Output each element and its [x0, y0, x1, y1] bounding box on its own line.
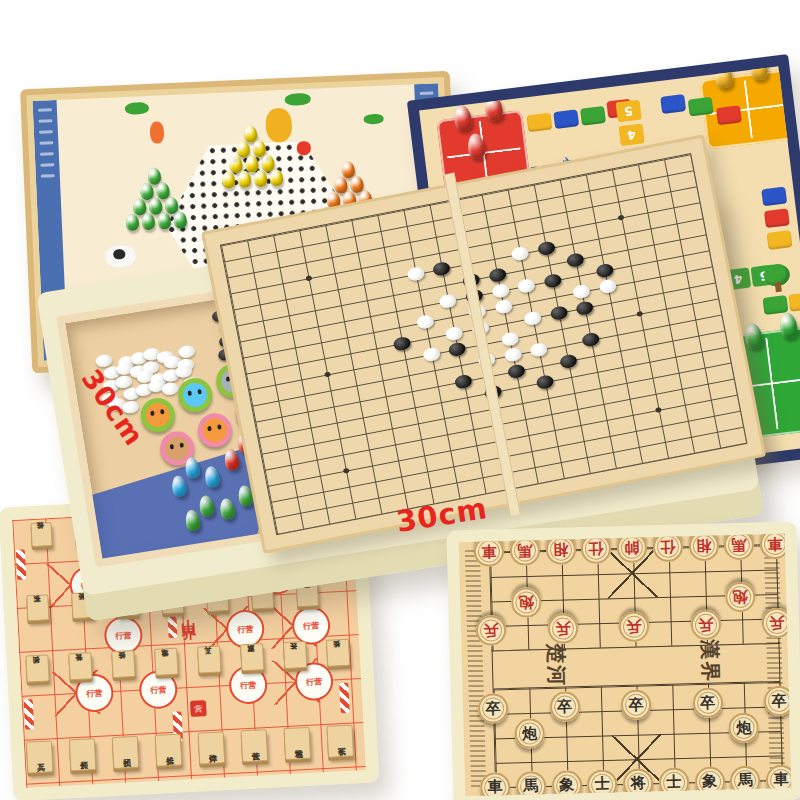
- go-stone-white[interactable]: [511, 246, 530, 262]
- xiangqi-piece-red[interactable]: 兵: [762, 607, 792, 638]
- leaf-2-illustration: [284, 93, 310, 106]
- go-stone-white[interactable]: [572, 284, 591, 300]
- tiger-2-face: [201, 417, 228, 444]
- ludo-number-cell: 5: [616, 100, 642, 123]
- animal-chess-tile-elephant[interactable]: [176, 375, 215, 414]
- xiangqi-piece-red[interactable]: 兵: [619, 611, 650, 642]
- checkers-peg-green[interactable]: [173, 211, 187, 229]
- railway-stripe-bar: [24, 699, 35, 729]
- checkers-pegs-layer: [33, 83, 439, 101]
- go-stone-black[interactable]: [566, 252, 585, 268]
- go-stone-black[interactable]: [393, 335, 412, 351]
- go-star-point: [324, 372, 331, 378]
- xiangqi-piece-blk[interactable]: 車: [766, 764, 792, 795]
- leaf-3-illustration: [363, 114, 383, 125]
- river-text-han: 漢界: [696, 639, 724, 684]
- army-tile[interactable]: 地雷: [283, 727, 311, 760]
- checkers-peg-yellow[interactable]: [238, 171, 252, 189]
- river-text-chu: 楚河: [542, 643, 570, 688]
- go-stone-black[interactable]: [536, 374, 555, 390]
- carrot-illustration: [150, 121, 165, 144]
- tray-go-stone-white[interactable]: [161, 381, 180, 396]
- xiangqi-piece-blk[interactable]: 士: [587, 769, 618, 796]
- army-seal-tile: 营: [190, 700, 207, 717]
- xiangqi-piece-blk[interactable]: 卒: [764, 686, 792, 717]
- xiangqi-piece-red[interactable]: 兵: [690, 609, 721, 640]
- ludo-track-cell[interactable]: [553, 109, 579, 129]
- go-stone-black[interactable]: [559, 353, 578, 369]
- leaf-1-illustration: [125, 102, 150, 115]
- ludo-track-cell[interactable]: [762, 295, 788, 315]
- army-middle-marker: 山界: [178, 607, 198, 620]
- army-tile[interactable]: 排长: [30, 522, 52, 547]
- army-tile[interactable]: 军长: [326, 725, 354, 758]
- ludo-track-cell[interactable]: [580, 106, 606, 126]
- railway-stripe-bar: [16, 549, 27, 579]
- ludo-pawn[interactable]: [744, 322, 764, 349]
- army-tile[interactable]: 地雷: [154, 648, 178, 676]
- xiangqi-piece-blk[interactable]: 馬: [730, 765, 761, 796]
- go-stone-black[interactable]: [537, 241, 556, 257]
- checkers-peg-green[interactable]: [158, 212, 172, 230]
- army-tile[interactable]: 团长: [25, 654, 49, 682]
- xiangqi-piece-red[interactable]: 相: [545, 534, 576, 565]
- ludo-track-cell[interactable]: [788, 292, 800, 312]
- go-stone-black[interactable]: [543, 273, 562, 289]
- army-tile[interactable]: 师长: [69, 738, 97, 771]
- dog-face: [163, 435, 190, 462]
- checkers-peg-green[interactable]: [126, 213, 140, 231]
- army-tile[interactable]: 营长: [68, 652, 92, 680]
- go-star-point: [637, 311, 644, 317]
- army-tile[interactable]: 军长: [26, 594, 49, 621]
- railway-stripe-bar: [339, 683, 350, 713]
- xiangqi-piece-blk[interactable]: 象: [694, 766, 725, 796]
- xiangqi-piece-red[interactable]: 兵: [476, 615, 507, 646]
- army-tile[interactable]: 排长: [155, 734, 183, 767]
- xiangqi-piece-blk[interactable]: 士: [658, 767, 689, 796]
- xiangqi-rules-text-left: [465, 550, 486, 788]
- xiangqi-piece-blk[interactable]: 象: [551, 770, 582, 796]
- go-star-point: [655, 407, 662, 413]
- ludo-number-cell: 4: [618, 123, 644, 146]
- go-stone-white[interactable]: [503, 347, 522, 363]
- go-stone-white[interactable]: [491, 283, 510, 299]
- army-tile[interactable]: 军旗: [240, 643, 264, 671]
- army-tile[interactable]: 工兵: [197, 645, 221, 673]
- army-tile[interactable]: 排长: [111, 650, 135, 678]
- go-stone-white[interactable]: [598, 279, 617, 295]
- giraffe-illustration: [265, 108, 292, 143]
- army-camp-circle: 行营: [140, 672, 176, 708]
- army-camp-circle: 行营: [230, 667, 266, 703]
- go-star-point: [343, 468, 350, 474]
- go-stone-black[interactable]: [488, 267, 507, 283]
- checkers-peg-yellow[interactable]: [270, 169, 284, 187]
- go-stone-black[interactable]: [432, 261, 451, 277]
- army-tile[interactable]: 连长: [283, 641, 307, 669]
- tray-go-stone-white[interactable]: [177, 344, 196, 359]
- army-tile[interactable]: 排长: [326, 639, 350, 667]
- ludo-track-cell[interactable]: [767, 230, 793, 250]
- army-tile[interactable]: 团长: [112, 736, 140, 769]
- go-stone-white[interactable]: [422, 346, 441, 362]
- go-stone-white[interactable]: [494, 299, 513, 315]
- go-stone-white[interactable]: [439, 293, 458, 309]
- go-star-point: [305, 275, 312, 281]
- ludo-track-cell[interactable]: [660, 94, 686, 114]
- go-stone-black[interactable]: [448, 341, 467, 357]
- army-tile[interactable]: 工兵: [26, 740, 54, 773]
- army-tile[interactable]: 炸弹: [198, 731, 226, 764]
- army-camp-circle: 行营: [106, 618, 142, 654]
- xiangqi-river: [492, 642, 781, 689]
- cow-patch-illustration: [113, 249, 125, 260]
- army-tile[interactable]: 营长: [241, 729, 269, 762]
- checkers-decorations: [33, 83, 439, 101]
- go-stone-black[interactable]: [454, 373, 473, 389]
- go-stone-black[interactable]: [581, 332, 600, 348]
- go-stone-black[interactable]: [595, 263, 614, 279]
- ludo-pawn[interactable]: [453, 104, 473, 131]
- elephant-face: [181, 381, 208, 408]
- go-stone-white[interactable]: [529, 342, 548, 358]
- ludo-track-cell[interactable]: [764, 208, 790, 228]
- checkers-peg-yellow[interactable]: [254, 170, 268, 188]
- ludo-track-cell[interactable]: [761, 186, 787, 206]
- go-stone-black[interactable]: [506, 363, 525, 379]
- go-stone-white[interactable]: [445, 325, 464, 341]
- strawberry-illustration: [297, 141, 312, 156]
- go-stone-white[interactable]: [416, 314, 435, 330]
- xiangqi-board[interactable]: 楚河 漢界 車馬相仕帥仕相馬車炮炮兵兵兵兵兵卒卒卒卒卒炮炮車馬象士将士象馬車: [446, 521, 800, 800]
- animal-chess-tile-tiger-2[interactable]: [195, 411, 234, 450]
- checkers-peg-green[interactable]: [142, 213, 156, 231]
- ludo-pawn[interactable]: [484, 94, 504, 121]
- ludo-elements-layer: 543212345✈✈: [419, 66, 778, 110]
- xiangqi-pieces-layer: 車馬相仕帥仕相馬車炮炮兵兵兵兵兵卒卒卒卒卒炮炮車馬象士将士象馬車: [459, 534, 785, 543]
- xiangqi-piece-red[interactable]: 兵: [547, 613, 578, 644]
- ludo-pawn[interactable]: [779, 312, 799, 339]
- checkers-peg-yellow[interactable]: [222, 171, 236, 189]
- go-stone-white[interactable]: [523, 310, 542, 326]
- ludo-track-cell[interactable]: [688, 97, 714, 117]
- ludo-track-cell[interactable]: [716, 105, 742, 125]
- product-photo-scene: 543212345✈✈ 2象帥兵卒炮車炮卒将兵車象炮卒 行营行营行营行营行营行营…: [0, 0, 800, 800]
- xiangqi-piece-blk[interactable]: 将: [623, 768, 654, 796]
- go-stone-white[interactable]: [500, 331, 519, 347]
- xiangqi-play-surface: 楚河 漢界 車馬相仕帥仕相馬車炮炮兵兵兵兵兵卒卒卒卒卒炮炮車馬象士将士象馬車: [459, 534, 792, 796]
- go-stone-white[interactable]: [517, 278, 536, 294]
- go-stone-black[interactable]: [575, 300, 594, 316]
- go-star-point: [618, 215, 625, 221]
- yellow-base: [699, 69, 797, 149]
- go-stone-white[interactable]: [406, 266, 425, 282]
- go-stone-black[interactable]: [549, 305, 568, 321]
- tiger-face: [144, 401, 171, 428]
- ludo-track-cell[interactable]: [526, 113, 552, 133]
